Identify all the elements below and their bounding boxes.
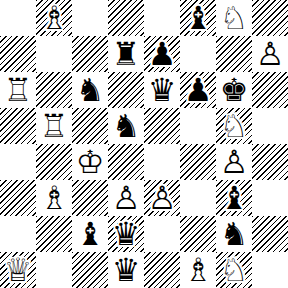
black-bishop-icon: ♝: [72, 216, 108, 252]
square-h1[interactable]: [252, 252, 288, 288]
black-pawn-icon: ♟: [180, 72, 216, 108]
square-e6[interactable]: ♛♛: [144, 72, 180, 108]
square-g3[interactable]: ♝♝: [216, 180, 252, 216]
black-rook-icon: ♜: [108, 36, 144, 72]
square-d4[interactable]: [108, 144, 144, 180]
black-pawn-icon: ♟: [144, 36, 180, 72]
square-a3[interactable]: [0, 180, 36, 216]
black-rook[interactable]: ♜♜: [108, 36, 144, 72]
black-knight[interactable]: ♞♞: [72, 72, 108, 108]
square-d1[interactable]: ♛♛: [108, 252, 144, 288]
square-e1[interactable]: [144, 252, 180, 288]
square-h2[interactable]: [252, 216, 288, 252]
white-pawn[interactable]: ♟♙: [108, 180, 144, 216]
square-a4[interactable]: [0, 144, 36, 180]
black-bishop[interactable]: ♝♝: [72, 216, 108, 252]
square-b5[interactable]: ♜♖: [36, 108, 72, 144]
square-f5[interactable]: [180, 108, 216, 144]
white-rook[interactable]: ♜♖: [0, 72, 36, 108]
square-e4[interactable]: [144, 144, 180, 180]
black-bishop-icon: ♝: [216, 180, 252, 216]
white-bishop-icon: ♗: [36, 0, 72, 36]
square-h4[interactable]: [252, 144, 288, 180]
black-king[interactable]: ♚♚: [216, 72, 252, 108]
black-knight[interactable]: ♞♞: [216, 216, 252, 252]
black-pawn[interactable]: ♟♟: [144, 36, 180, 72]
square-b8[interactable]: ♝♗: [36, 0, 72, 36]
white-pawn[interactable]: ♟♙: [252, 36, 288, 72]
white-knight-icon: ♘: [216, 108, 252, 144]
square-h6[interactable]: [252, 72, 288, 108]
white-bishop[interactable]: ♝♗: [36, 180, 72, 216]
chess-board: ♝♗♝♝♞♘♜♜♟♟♟♙♜♖♞♞♛♛♟♟♚♚♜♖♞♞♞♘♚♔♟♙♝♗♟♙♟♙♝♝…: [0, 0, 288, 288]
square-f2[interactable]: [180, 216, 216, 252]
white-pawn[interactable]: ♟♙: [144, 180, 180, 216]
white-pawn-icon: ♙: [108, 180, 144, 216]
black-king-icon: ♚: [216, 72, 252, 108]
white-bishop-icon: ♗: [180, 252, 216, 288]
black-queen[interactable]: ♛♛: [108, 252, 144, 288]
square-f6[interactable]: ♟♟: [180, 72, 216, 108]
black-queen-icon: ♛: [108, 216, 144, 252]
square-f1[interactable]: ♝♗: [180, 252, 216, 288]
square-c6[interactable]: ♞♞: [72, 72, 108, 108]
square-e2[interactable]: [144, 216, 180, 252]
black-knight[interactable]: ♞♞: [108, 108, 144, 144]
square-c2[interactable]: ♝♝: [72, 216, 108, 252]
square-d5[interactable]: ♞♞: [108, 108, 144, 144]
square-d2[interactable]: ♛♛: [108, 216, 144, 252]
black-pawn[interactable]: ♟♟: [180, 72, 216, 108]
square-d7[interactable]: ♜♜: [108, 36, 144, 72]
square-h7[interactable]: ♟♙: [252, 36, 288, 72]
square-a8[interactable]: [0, 0, 36, 36]
black-knight-icon: ♞: [72, 72, 108, 108]
square-h5[interactable]: [252, 108, 288, 144]
black-queen[interactable]: ♛♛: [144, 72, 180, 108]
square-b6[interactable]: [36, 72, 72, 108]
square-a2[interactable]: [0, 216, 36, 252]
square-e8[interactable]: [144, 0, 180, 36]
square-g6[interactable]: ♚♚: [216, 72, 252, 108]
white-queen[interactable]: ♛♕: [0, 252, 36, 288]
square-b1[interactable]: [36, 252, 72, 288]
square-c5[interactable]: [72, 108, 108, 144]
square-e5[interactable]: [144, 108, 180, 144]
square-c3[interactable]: [72, 180, 108, 216]
white-queen-icon: ♕: [0, 252, 36, 288]
square-c8[interactable]: [72, 0, 108, 36]
black-queen-icon: ♛: [108, 252, 144, 288]
black-queen-icon: ♛: [144, 72, 180, 108]
square-b4[interactable]: [36, 144, 72, 180]
white-knight[interactable]: ♞♘: [216, 252, 252, 288]
square-e7[interactable]: ♟♟: [144, 36, 180, 72]
square-f4[interactable]: [180, 144, 216, 180]
white-pawn-icon: ♙: [216, 144, 252, 180]
white-king-icon: ♔: [72, 144, 108, 180]
square-a7[interactable]: [0, 36, 36, 72]
white-knight[interactable]: ♞♘: [216, 108, 252, 144]
square-g2[interactable]: ♞♞: [216, 216, 252, 252]
black-bishop[interactable]: ♝♝: [216, 180, 252, 216]
white-knight-icon: ♘: [216, 252, 252, 288]
black-knight-icon: ♞: [216, 216, 252, 252]
square-a1[interactable]: ♛♕: [0, 252, 36, 288]
square-g1[interactable]: ♞♘: [216, 252, 252, 288]
square-d6[interactable]: [108, 72, 144, 108]
white-king[interactable]: ♚♔: [72, 144, 108, 180]
white-bishop[interactable]: ♝♗: [180, 252, 216, 288]
square-f3[interactable]: [180, 180, 216, 216]
square-b3[interactable]: ♝♗: [36, 180, 72, 216]
white-pawn-icon: ♙: [252, 36, 288, 72]
square-g8[interactable]: ♞♘: [216, 0, 252, 36]
square-c7[interactable]: [72, 36, 108, 72]
square-f7[interactable]: [180, 36, 216, 72]
square-h8[interactable]: [252, 0, 288, 36]
square-g4[interactable]: ♟♙: [216, 144, 252, 180]
black-knight-icon: ♞: [108, 108, 144, 144]
square-c1[interactable]: [72, 252, 108, 288]
white-rook-icon: ♖: [0, 72, 36, 108]
square-e3[interactable]: ♟♙: [144, 180, 180, 216]
square-d3[interactable]: ♟♙: [108, 180, 144, 216]
square-b2[interactable]: [36, 216, 72, 252]
white-rook-icon: ♖: [36, 108, 72, 144]
square-a5[interactable]: [0, 108, 36, 144]
square-g7[interactable]: [216, 36, 252, 72]
white-bishop[interactable]: ♝♗: [36, 0, 72, 36]
black-bishop[interactable]: ♝♝: [180, 0, 216, 36]
square-c4[interactable]: ♚♔: [72, 144, 108, 180]
square-a6[interactable]: ♜♖: [0, 72, 36, 108]
white-pawn-icon: ♙: [144, 180, 180, 216]
square-g5[interactable]: ♞♘: [216, 108, 252, 144]
white-rook[interactable]: ♜♖: [36, 108, 72, 144]
white-bishop-icon: ♗: [36, 180, 72, 216]
black-queen[interactable]: ♛♛: [108, 216, 144, 252]
square-f8[interactable]: ♝♝: [180, 0, 216, 36]
square-b7[interactable]: [36, 36, 72, 72]
white-knight[interactable]: ♞♘: [216, 0, 252, 36]
square-h3[interactable]: [252, 180, 288, 216]
white-pawn[interactable]: ♟♙: [216, 144, 252, 180]
white-knight-icon: ♘: [216, 0, 252, 36]
black-bishop-icon: ♝: [180, 0, 216, 36]
square-d8[interactable]: [108, 0, 144, 36]
